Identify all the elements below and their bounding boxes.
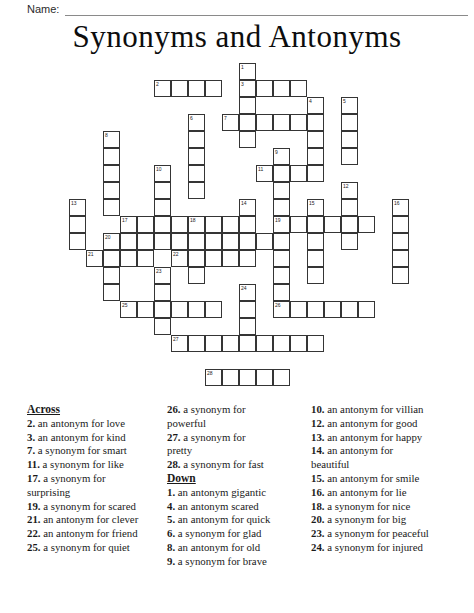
grid-cell[interactable]: 7 [222,114,239,131]
cell-number: 15 [309,200,315,206]
grid-cell[interactable] [358,216,375,233]
grid-cell[interactable] [239,114,256,131]
grid-cell[interactable] [290,165,307,182]
grid-cell[interactable] [239,301,256,318]
clue-item: 2. an antonym for love [27,417,145,431]
clue-number: 12. [311,417,327,429]
clue-item: 1. an antonym gigantic [167,486,271,500]
clue-item: 6. a synonym for glad [167,527,271,541]
grid-cell[interactable]: 24 [239,284,256,301]
grid-cell[interactable] [188,148,205,165]
grid-cell[interactable] [239,97,256,114]
clue-number: 19. [27,500,43,512]
grid-cell[interactable] [239,250,256,267]
grid-cell[interactable] [341,114,358,131]
grid-cell[interactable] [188,80,205,97]
grid-cell[interactable] [137,301,154,318]
grid-cell[interactable] [205,250,222,267]
grid-cell[interactable] [358,301,375,318]
grid-cell[interactable] [103,284,120,301]
grid-cell[interactable] [103,267,120,284]
grid-cell[interactable] [324,301,341,318]
grid-cell[interactable] [307,148,324,165]
clue-item: 15. an antonym for smile [311,472,463,486]
grid-cell[interactable]: 28 [205,369,222,386]
clue-number: 3. [27,431,38,443]
grid-cell[interactable]: 8 [103,131,120,148]
grid-cell[interactable] [307,165,324,182]
grid-cell[interactable] [273,369,290,386]
grid-cell[interactable] [256,80,273,97]
grid-cell[interactable] [103,250,120,267]
grid-cell[interactable] [273,114,290,131]
grid-cell[interactable]: 20 [103,233,120,250]
grid-cell[interactable]: 4 [307,97,324,114]
grid-cell[interactable] [273,335,290,352]
grid-cell[interactable]: 5 [341,97,358,114]
grid-cell[interactable] [341,233,358,250]
cell-number: 5 [343,98,346,104]
grid-cell[interactable] [341,148,358,165]
clue-item: 18. a synonym for nice [311,500,463,514]
grid-cell[interactable] [341,131,358,148]
clue-item: 25. a synonym for quiet [27,541,145,555]
clue-item: 27. a synonym for pretty [167,431,271,459]
grid-cell[interactable]: 25 [120,301,137,318]
grid-cell[interactable] [273,250,290,267]
clue-number: 15. [311,472,327,484]
grid-cell[interactable] [273,199,290,216]
grid-cell[interactable] [239,335,256,352]
grid-cell[interactable] [188,131,205,148]
grid-cell[interactable] [290,301,307,318]
grid-cell[interactable] [154,199,171,216]
cell-number: 12 [343,183,349,189]
grid-cell[interactable] [205,301,222,318]
grid-cell[interactable] [154,318,171,335]
clue-number: 10. [311,403,327,415]
grid-cell[interactable] [171,301,188,318]
clue-item: 17. a synonym forsurprising [27,472,145,500]
clue-item: 12. an antonym for good [311,417,463,431]
grid-cell[interactable]: 27 [171,335,188,352]
grid-cell[interactable] [256,369,273,386]
cell-number: 14 [241,200,247,206]
clue-item: 7. a synonym for smart [27,444,145,458]
grid-cell[interactable]: 16 [392,199,409,216]
grid-cell[interactable] [205,335,222,352]
grid-cell[interactable] [273,80,290,97]
clue-number: 25. [27,541,43,553]
grid-cell[interactable] [222,335,239,352]
grid-cell[interactable] [188,301,205,318]
cell-number: 6 [190,115,193,121]
cell-number: 27 [173,336,179,342]
clue-number: 1. [167,486,178,498]
cell-number: 9 [275,149,278,155]
grid-cell[interactable]: 13 [69,199,86,216]
grid-cell[interactable] [120,250,137,267]
grid-cell[interactable] [273,165,290,182]
clue-number: 11. [27,458,43,470]
clue-item: 13. an antonym for happy [311,431,463,445]
grid-cell[interactable] [290,80,307,97]
grid-cell[interactable] [392,233,409,250]
crossword-grid: 1234567891011121314151617181920212223242… [69,63,409,386]
clue-item: 22. an antonym for friend [27,527,145,541]
clue-item: 11. a synonym for like [27,458,145,472]
grid-cell[interactable]: 23 [154,267,171,284]
grid-cell[interactable] [103,148,120,165]
clue-item: 23. a synonym for peaceful [311,527,463,541]
clue-number: 18. [311,500,327,512]
grid-cell[interactable] [341,216,358,233]
grid-cell[interactable] [307,131,324,148]
clue-item: 26. a synonym forpowerful [167,403,271,431]
cell-number: 8 [105,132,108,138]
grid-cell[interactable] [307,301,324,318]
grid-cell[interactable] [307,267,324,284]
grid-cell[interactable] [239,216,256,233]
grid-cell[interactable]: 2 [154,80,171,97]
cell-number: 13 [71,200,77,206]
cell-number: 23 [156,268,162,274]
cell-number: 4 [309,98,312,104]
grid-cell[interactable] [256,233,273,250]
grid-cell[interactable]: 1 [239,63,256,80]
grid-cell[interactable] [188,182,205,199]
grid-cell[interactable] [290,335,307,352]
grid-cell[interactable]: 26 [273,301,290,318]
grid-cell[interactable] [188,165,205,182]
grid-cell[interactable] [154,233,171,250]
grid-cell[interactable] [188,335,205,352]
cell-number: 24 [241,285,247,291]
down-header: Down [167,472,271,486]
cell-number: 17 [122,217,128,223]
cell-number: 7 [224,115,227,121]
grid-cell[interactable] [307,114,324,131]
cell-number: 28 [207,370,213,376]
grid-cell[interactable] [154,301,171,318]
clues-column-middle: 26. a synonym forpowerful27. a synonym f… [167,403,271,569]
grid-cell[interactable] [171,233,188,250]
grid-cell[interactable] [290,114,307,131]
clue-item: 10. an antonym for villian [311,403,463,417]
clue-item: 9. a synonym for brave [167,555,271,569]
grid-cell[interactable]: 6 [188,114,205,131]
clue-number: 26. [167,403,183,415]
grid-cell[interactable] [273,284,290,301]
grid-cell[interactable]: 18 [188,216,205,233]
grid-cell[interactable] [392,216,409,233]
name-label: Name: [27,3,59,15]
clue-item: 3. an antonym for kind [27,431,145,445]
page-title: Synonyms and Antonyms [0,19,474,55]
grid-cell[interactable] [239,369,256,386]
grid-cell[interactable] [154,182,171,199]
clue-number: 23. [311,527,327,539]
grid-cell[interactable] [239,318,256,335]
clue-number: 2. [27,417,38,429]
clue-number: 24. [311,541,327,553]
grid-cell[interactable]: 19 [273,216,290,233]
grid-cell[interactable]: 3 [239,80,256,97]
cell-number: 20 [105,234,111,240]
cell-number: 3 [241,81,244,87]
clue-item: 16. an antonym for lie [311,486,463,500]
grid-cell[interactable] [222,250,239,267]
grid-cell[interactable] [154,284,171,301]
clues-column-across: Across2. an antonym for love3. an antony… [27,403,145,555]
cell-number: 2 [156,81,159,87]
grid-cell[interactable] [256,114,273,131]
grid-cell[interactable] [307,233,324,250]
cell-number: 26 [275,302,281,308]
grid-cell[interactable] [103,199,120,216]
grid-cell[interactable]: 17 [120,216,137,233]
clue-number: 13. [311,431,327,443]
grid-cell[interactable] [103,182,120,199]
cell-number: 25 [122,302,128,308]
clue-item: 4. an antonym scared [167,500,271,514]
grid-cell[interactable]: 12 [341,182,358,199]
grid-cell[interactable]: 15 [307,199,324,216]
cell-number: 1 [241,64,244,70]
worksheet-page: { "game": "crossword", "title": "Synonym… [0,0,474,613]
clue-number: 16. [311,486,327,498]
grid-cell[interactable] [137,250,154,267]
grid-cell[interactable] [69,233,86,250]
clue-item: 20. a synonym for big [311,513,463,527]
grid-cell[interactable] [239,131,256,148]
grid-cell[interactable] [188,233,205,250]
cell-number: 18 [190,217,196,223]
clue-item: 14. an antonym forbeautiful [311,444,463,472]
clue-item: 8. an antonym for old [167,541,271,555]
clue-number: 8. [167,541,178,553]
clue-number: 27. [167,431,183,443]
name-write-in-line [65,15,468,16]
grid-cell[interactable]: 22 [171,250,188,267]
grid-cell[interactable] [205,80,222,97]
across-header: Across [27,403,145,417]
clue-number: 4. [167,500,178,512]
grid-cell[interactable] [392,250,409,267]
grid-cell[interactable] [273,233,290,250]
grid-cell[interactable]: 14 [239,199,256,216]
name-row: Name: [27,3,468,17]
grid-cell[interactable] [256,335,273,352]
cell-number: 11 [258,166,263,172]
clue-item: 5. an antonym for quick [167,513,271,527]
grid-cell[interactable] [137,233,154,250]
cell-number: 21 [88,251,94,257]
grid-cell[interactable] [137,216,154,233]
clue-number: 14. [311,444,327,456]
clue-number: 20. [311,513,327,525]
clue-number: 6. [167,527,178,539]
grid-cell[interactable] [188,250,205,267]
grid-cell[interactable] [239,233,256,250]
clues-column-down: 10. an antonym for villian12. an antonym… [311,403,463,555]
clue-number: 9. [167,555,178,567]
grid-cell[interactable] [171,80,188,97]
grid-cell[interactable] [307,216,324,233]
grid-cell[interactable] [120,233,137,250]
clue-item: 19. a synonym for scared [27,500,145,514]
grid-cell[interactable] [205,233,222,250]
grid-cell[interactable] [341,199,358,216]
cell-number: 19 [275,217,281,223]
grid-cell[interactable] [205,216,222,233]
clue-number: 17. [27,472,43,484]
grid-cell[interactable] [69,216,86,233]
grid-cell[interactable]: 21 [86,250,103,267]
grid-cell[interactable] [273,267,290,284]
clue-item: 28. a synonym for fast [167,458,271,472]
grid-cell[interactable] [188,267,205,284]
grid-cell[interactable] [171,216,188,233]
grid-cell[interactable] [290,216,307,233]
grid-cell[interactable] [222,369,239,386]
clue-item: 24. a synonym for injured [311,541,463,555]
clue-number: 28. [167,458,183,470]
cell-number: 16 [394,200,400,206]
grid-cell[interactable]: 11 [256,165,273,182]
grid-cell[interactable] [154,216,171,233]
grid-cell[interactable]: 9 [273,148,290,165]
grid-cell[interactable] [222,216,239,233]
grid-cell[interactable] [324,216,341,233]
clue-number: 7. [27,444,38,456]
clue-number: 5. [167,513,178,525]
cell-number: 22 [173,251,179,257]
grid-cell[interactable] [392,267,409,284]
clue-number: 21. [27,513,43,525]
grid-cell[interactable] [307,250,324,267]
grid-cell[interactable] [103,165,120,182]
clue-number: 22. [27,527,43,539]
cell-number: 10 [156,166,162,172]
grid-cell[interactable] [222,233,239,250]
grid-cell[interactable] [273,182,290,199]
grid-cell[interactable] [341,301,358,318]
grid-cell[interactable] [307,335,324,352]
clue-item: 21. an antonym for clever [27,513,145,527]
grid-cell[interactable]: 10 [154,165,171,182]
